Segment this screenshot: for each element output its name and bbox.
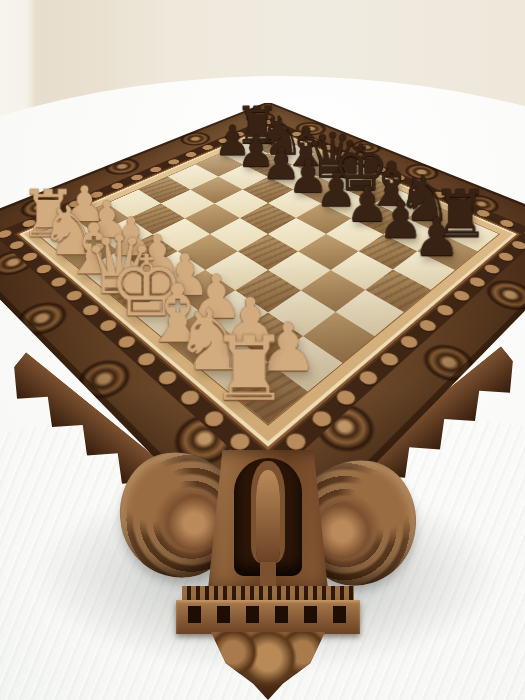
comb-teeth-carving	[182, 586, 354, 601]
battlement-carving	[176, 600, 360, 634]
goblet-carving	[234, 458, 302, 576]
battlement-slots	[188, 606, 348, 623]
black-pawn: ♟	[413, 215, 460, 260]
white-rook: ♜	[209, 331, 289, 407]
goblet-cup	[256, 470, 280, 562]
photo-scene: ♜♞♝♛♚♝♞♜♟♟♟♟♟♟♟♟♟♟♟♟♟♟♟♟♜♞♝♛♚♝♞♜	[0, 0, 525, 700]
corner-ornament	[118, 436, 418, 700]
scallop-pendant	[206, 632, 330, 700]
crest-carving	[208, 450, 328, 590]
